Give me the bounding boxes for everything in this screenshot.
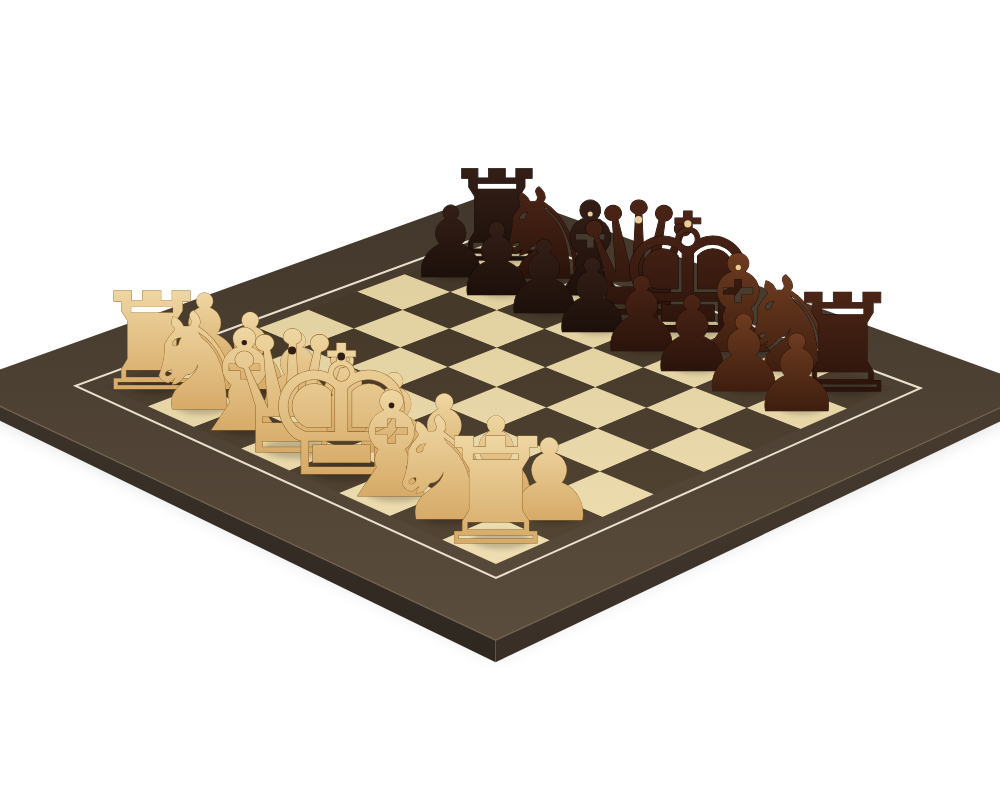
black-pawn-glyph: ♟ (749, 312, 845, 436)
finial-tip (337, 353, 345, 361)
product-photo-scene: ♜♟♞♟♝♟♛♟♚♟♝♟♟♞♜♟♟♜♞♟♟♝♟♛♟♚♟♝♟♞♟♜ (0, 0, 1000, 800)
black-pawn-h7[interactable]: ♟ (749, 312, 845, 436)
white-rook-h1[interactable]: ♜ (430, 407, 562, 578)
chessboard: ♜♟♞♟♝♟♛♟♚♟♝♟♟♞♜♟♟♜♞♟♟♝♟♛♟♚♟♝♟♞♟♜ (0, 0, 1000, 800)
white-rook-glyph: ♜ (430, 407, 562, 578)
